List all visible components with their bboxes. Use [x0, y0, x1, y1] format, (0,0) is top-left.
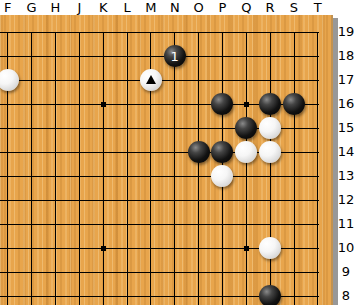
stone-black-N18[interactable]: 1	[164, 45, 186, 67]
col-label-J: J	[69, 0, 89, 15]
row-label-18: 18	[336, 48, 356, 64]
go-app-screen: FGHJKLMNOPQRST 1 1918171615141312111098	[0, 0, 356, 305]
stone-white-F17[interactable]	[0, 69, 19, 91]
col-label-N: N	[165, 0, 185, 15]
go-board[interactable]: 1	[0, 15, 333, 305]
col-label-R: R	[260, 0, 280, 15]
stone-black-R16[interactable]	[259, 93, 281, 115]
stone-black-R8[interactable]	[259, 285, 281, 305]
col-label-S: S	[284, 0, 304, 15]
col-label-H: H	[46, 0, 66, 15]
stone-white-R15[interactable]	[259, 117, 281, 139]
row-label-14: 14	[336, 144, 356, 160]
row-label-15: 15	[336, 120, 356, 136]
col-label-T: T	[308, 0, 328, 15]
row-label-8: 8	[336, 288, 356, 304]
stone-white-M17[interactable]	[140, 69, 162, 91]
col-label-O: O	[189, 0, 209, 15]
col-label-Q: Q	[236, 0, 256, 15]
stone-white-P13[interactable]	[211, 165, 233, 187]
row-label-17: 17	[336, 72, 356, 88]
col-label-F: F	[0, 0, 18, 15]
col-label-K: K	[93, 0, 113, 15]
row-label-10: 10	[336, 240, 356, 256]
stone-black-O14[interactable]	[188, 141, 210, 163]
stone-white-Q14[interactable]	[235, 141, 257, 163]
move-number-label: 1	[171, 50, 179, 63]
triangle-mark-icon	[146, 75, 156, 84]
row-label-9: 9	[336, 264, 356, 280]
stone-black-Q15[interactable]	[235, 117, 257, 139]
col-label-P: P	[212, 0, 232, 15]
stone-black-P14[interactable]	[211, 141, 233, 163]
stone-black-S16[interactable]	[283, 93, 305, 115]
stones-layer: 1	[0, 20, 330, 305]
stone-black-P16[interactable]	[211, 93, 233, 115]
row-label-16: 16	[336, 96, 356, 112]
col-label-L: L	[117, 0, 137, 15]
row-label-13: 13	[336, 168, 356, 184]
col-label-M: M	[141, 0, 161, 15]
row-label-11: 11	[336, 216, 356, 232]
col-label-G: G	[22, 0, 42, 15]
stone-white-R10[interactable]	[259, 237, 281, 259]
row-label-12: 12	[336, 192, 356, 208]
stone-white-R14[interactable]	[259, 141, 281, 163]
row-label-19: 19	[336, 24, 356, 40]
